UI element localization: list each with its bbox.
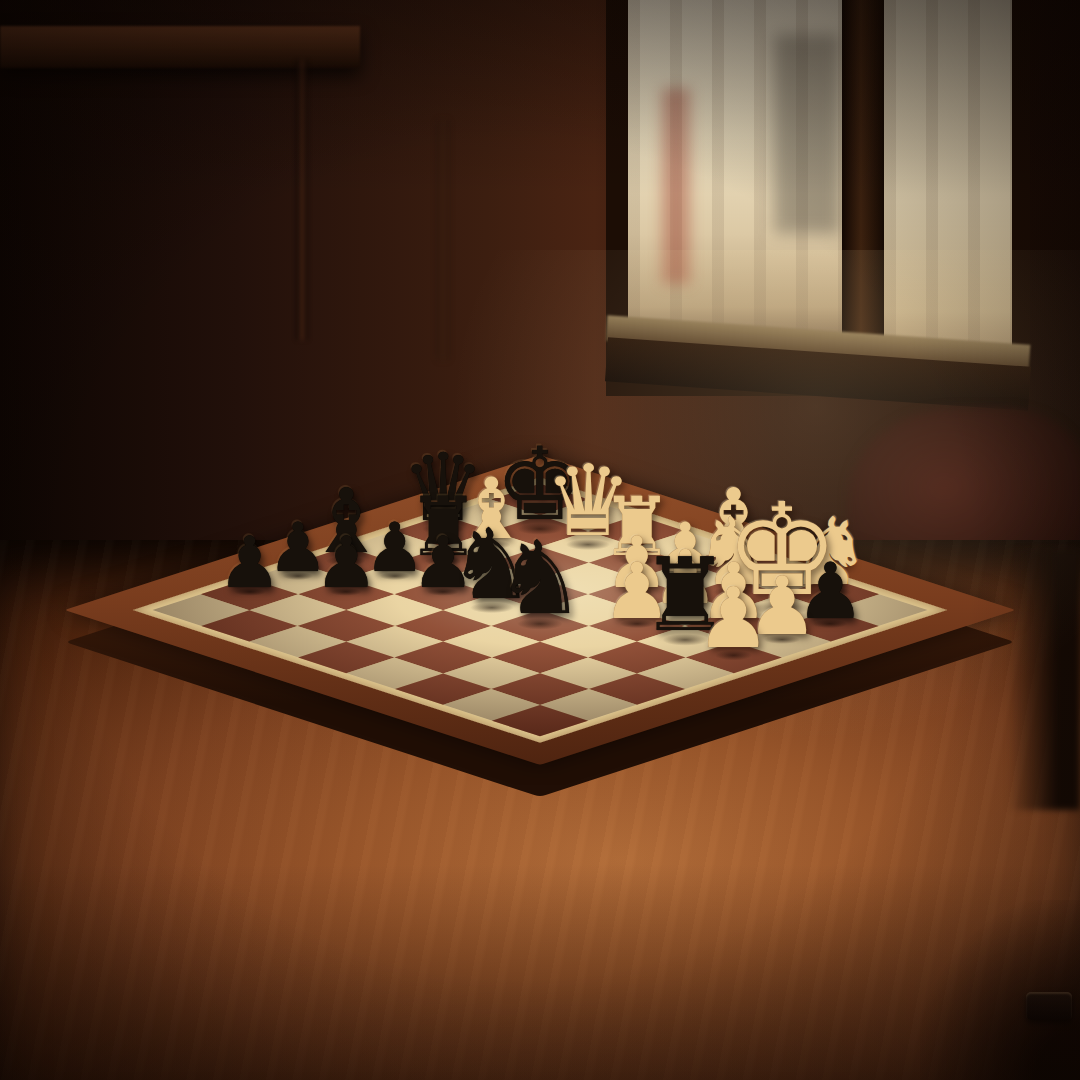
piece-black-knight-e4[interactable]: ♞ (494, 528, 585, 630)
piece-black-pawn-b3[interactable]: ♟ (315, 527, 379, 598)
scene: ♝♞♚♛♜♟♞♚♟♛♝♟♟♟♟♜♟♜♟♝♟♟♞♞♟♟♟ (0, 0, 1080, 1080)
piece-layer: ♝♞♚♛♜♟♞♚♟♛♝♟♟♟♟♜♟♜♟♝♟♟♞♞♟♟♟ (0, 0, 1080, 1080)
piece-white-pawn-h5[interactable]: ♟ (696, 578, 771, 662)
piece-black-pawn-a2[interactable]: ♟ (218, 527, 282, 598)
